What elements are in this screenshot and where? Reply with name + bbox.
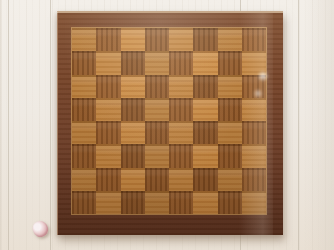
square-d8 <box>145 28 169 51</box>
square-f6 <box>193 75 217 98</box>
square-d4 <box>145 121 169 144</box>
square-e4 <box>169 121 193 144</box>
square-f5 <box>193 98 217 121</box>
floor-plank-seam <box>8 0 9 250</box>
square-a3 <box>72 144 96 167</box>
square-g1 <box>218 191 242 214</box>
square-e5 <box>169 98 193 121</box>
square-h8 <box>242 28 266 51</box>
square-b7 <box>96 51 120 74</box>
square-c6 <box>121 75 145 98</box>
square-a8 <box>72 28 96 51</box>
square-h2 <box>242 168 266 191</box>
square-a2 <box>72 168 96 191</box>
square-a7 <box>72 51 96 74</box>
square-c7 <box>121 51 145 74</box>
square-d5 <box>145 98 169 121</box>
square-c4 <box>121 121 145 144</box>
square-g3 <box>218 144 242 167</box>
square-e3 <box>169 144 193 167</box>
board-playing-area <box>72 28 266 214</box>
square-d7 <box>145 51 169 74</box>
square-b8 <box>96 28 120 51</box>
square-b2 <box>96 168 120 191</box>
square-d6 <box>145 75 169 98</box>
square-e6 <box>169 75 193 98</box>
square-e1 <box>169 191 193 214</box>
square-g7 <box>218 51 242 74</box>
square-f3 <box>193 144 217 167</box>
square-c8 <box>121 28 145 51</box>
square-g5 <box>218 98 242 121</box>
square-g6 <box>218 75 242 98</box>
square-a6 <box>72 75 96 98</box>
square-c2 <box>121 168 145 191</box>
square-f2 <box>193 168 217 191</box>
square-g4 <box>218 121 242 144</box>
square-h4 <box>242 121 266 144</box>
square-h6 <box>242 75 266 98</box>
square-c1 <box>121 191 145 214</box>
square-b1 <box>96 191 120 214</box>
square-e7 <box>169 51 193 74</box>
square-h1 <box>242 191 266 214</box>
chess-board <box>57 11 283 235</box>
square-f7 <box>193 51 217 74</box>
square-b6 <box>96 75 120 98</box>
square-g8 <box>218 28 242 51</box>
square-e8 <box>169 28 193 51</box>
square-h7 <box>242 51 266 74</box>
square-d3 <box>145 144 169 167</box>
square-c3 <box>121 144 145 167</box>
square-b4 <box>96 121 120 144</box>
floor-shading <box>304 0 334 250</box>
square-a5 <box>72 98 96 121</box>
square-f4 <box>193 121 217 144</box>
square-f8 <box>193 28 217 51</box>
floor-plank-seam <box>50 0 51 250</box>
square-e2 <box>169 168 193 191</box>
floor-plank-seam <box>298 0 299 250</box>
square-g2 <box>218 168 242 191</box>
square-b3 <box>96 144 120 167</box>
square-a1 <box>72 191 96 214</box>
square-d2 <box>145 168 169 191</box>
square-f1 <box>193 191 217 214</box>
square-d1 <box>145 191 169 214</box>
square-b5 <box>96 98 120 121</box>
square-a4 <box>72 121 96 144</box>
photo-scene <box>0 0 334 250</box>
square-h5 <box>242 98 266 121</box>
square-h3 <box>242 144 266 167</box>
small-pink-object <box>31 219 50 239</box>
square-c5 <box>121 98 145 121</box>
